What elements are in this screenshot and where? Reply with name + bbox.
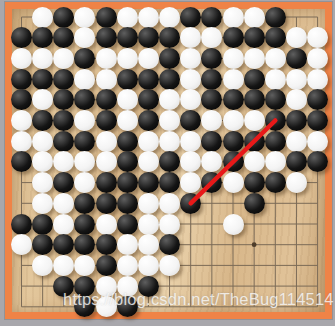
stone-black bbox=[96, 234, 117, 255]
stone-black bbox=[96, 172, 117, 193]
stone-white bbox=[138, 7, 159, 28]
stone-white bbox=[223, 214, 244, 235]
stone-black bbox=[223, 131, 244, 152]
stone-black bbox=[244, 193, 265, 214]
stone-black bbox=[159, 48, 180, 69]
stone-white bbox=[286, 131, 307, 152]
stone-white bbox=[138, 48, 159, 69]
stone-black bbox=[96, 27, 117, 48]
goban-board[interactable] bbox=[12, 9, 325, 312]
stone-black bbox=[159, 69, 180, 90]
stone-white bbox=[11, 131, 32, 152]
stone-white bbox=[159, 110, 180, 131]
stone-black bbox=[117, 193, 138, 214]
stone-white bbox=[180, 48, 201, 69]
stone-white bbox=[223, 69, 244, 90]
stone-black bbox=[244, 27, 265, 48]
stone-white bbox=[32, 255, 53, 276]
stone-white bbox=[117, 89, 138, 110]
stone-white bbox=[96, 214, 117, 235]
screenshot-root: https://blog.csdn.net/TheBug114514 bbox=[0, 0, 335, 326]
stone-black bbox=[117, 151, 138, 172]
stone-black bbox=[138, 27, 159, 48]
stone-white bbox=[180, 131, 201, 152]
stone-white bbox=[307, 69, 328, 90]
stone-black bbox=[117, 131, 138, 152]
stone-black bbox=[265, 89, 286, 110]
stone-black bbox=[244, 69, 265, 90]
stone-white bbox=[96, 151, 117, 172]
stone-black bbox=[96, 110, 117, 131]
stone-white bbox=[53, 193, 74, 214]
stone-black bbox=[138, 172, 159, 193]
stone-black bbox=[201, 7, 222, 28]
stone-black bbox=[53, 131, 74, 152]
stone-black bbox=[201, 69, 222, 90]
stone-black bbox=[265, 27, 286, 48]
stone-black bbox=[117, 27, 138, 48]
stone-white bbox=[32, 7, 53, 28]
stone-white bbox=[53, 214, 74, 235]
stone-black bbox=[286, 110, 307, 131]
stone-white bbox=[11, 48, 32, 69]
stone-black bbox=[138, 69, 159, 90]
stone-white bbox=[32, 131, 53, 152]
stone-white bbox=[307, 131, 328, 152]
stone-black bbox=[74, 131, 95, 152]
stone-white bbox=[138, 193, 159, 214]
stone-white bbox=[138, 131, 159, 152]
stone-white bbox=[244, 7, 265, 28]
stone-black bbox=[180, 7, 201, 28]
stone-black bbox=[117, 69, 138, 90]
stone-white bbox=[117, 234, 138, 255]
stone-black bbox=[223, 151, 244, 172]
stone-black bbox=[117, 172, 138, 193]
stone-white bbox=[96, 131, 117, 152]
stone-white bbox=[159, 255, 180, 276]
stone-black bbox=[74, 214, 95, 235]
stone-white bbox=[117, 48, 138, 69]
stone-white bbox=[96, 69, 117, 90]
stone-white bbox=[117, 110, 138, 131]
stone-white bbox=[11, 110, 32, 131]
stone-black bbox=[244, 131, 265, 152]
stone-black bbox=[53, 7, 74, 28]
stone-white bbox=[32, 193, 53, 214]
stone-white bbox=[265, 69, 286, 90]
stone-black bbox=[96, 255, 117, 276]
stone-black bbox=[244, 89, 265, 110]
stone-white bbox=[117, 255, 138, 276]
stone-black bbox=[11, 214, 32, 235]
stone-white bbox=[138, 214, 159, 235]
stone-black bbox=[307, 110, 328, 131]
stone-white bbox=[138, 255, 159, 276]
stone-white bbox=[96, 48, 117, 69]
stone-white bbox=[117, 7, 138, 28]
stone-black bbox=[96, 7, 117, 28]
stone-black bbox=[32, 214, 53, 235]
stone-white bbox=[138, 234, 159, 255]
stone-black bbox=[265, 131, 286, 152]
stone-white bbox=[223, 172, 244, 193]
stone-white bbox=[244, 110, 265, 131]
stone-black bbox=[223, 89, 244, 110]
stone-white bbox=[223, 7, 244, 28]
stone-white bbox=[265, 48, 286, 69]
stone-black bbox=[138, 110, 159, 131]
stone-black bbox=[201, 131, 222, 152]
stone-white bbox=[244, 151, 265, 172]
watermark-url: https://blog.csdn.net/TheBug114514 bbox=[63, 290, 334, 309]
stone-white bbox=[223, 110, 244, 131]
stone-black bbox=[117, 214, 138, 235]
stone-white bbox=[32, 48, 53, 69]
stone-white bbox=[307, 48, 328, 69]
stone-white bbox=[74, 7, 95, 28]
stone-black bbox=[11, 69, 32, 90]
stone-black bbox=[53, 69, 74, 90]
stone-white bbox=[286, 69, 307, 90]
stone-black bbox=[96, 89, 117, 110]
stone-black bbox=[32, 69, 53, 90]
stone-white bbox=[159, 214, 180, 235]
stone-white bbox=[286, 27, 307, 48]
star-point bbox=[252, 242, 257, 247]
stone-white bbox=[74, 69, 95, 90]
stone-black bbox=[159, 172, 180, 193]
stone-white bbox=[286, 172, 307, 193]
stone-white bbox=[159, 131, 180, 152]
stone-black bbox=[223, 27, 244, 48]
stone-black bbox=[32, 110, 53, 131]
stone-black bbox=[265, 172, 286, 193]
board-frame bbox=[5, 2, 332, 319]
stone-black bbox=[286, 48, 307, 69]
stone-white bbox=[244, 48, 265, 69]
stone-black bbox=[265, 110, 286, 131]
stone-black bbox=[180, 193, 201, 214]
stone-white bbox=[180, 69, 201, 90]
stone-white bbox=[223, 48, 244, 69]
stone-black bbox=[265, 7, 286, 28]
stone-white bbox=[159, 7, 180, 28]
stone-black bbox=[96, 193, 117, 214]
stone-white bbox=[159, 193, 180, 214]
stone-black bbox=[244, 172, 265, 193]
